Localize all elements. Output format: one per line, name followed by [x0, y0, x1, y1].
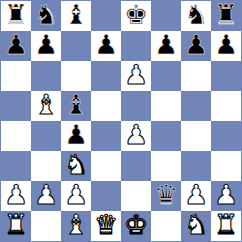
square-e1[interactable]: ♚	[121, 211, 151, 241]
black-queen-icon: ♛	[154, 181, 178, 210]
black-pawn-icon: ♟	[64, 121, 88, 150]
white-bishop-icon: ♝	[64, 211, 88, 240]
square-g2[interactable]: ♟	[181, 181, 211, 211]
square-h7[interactable]: ♟	[211, 31, 241, 61]
white-pawn-icon: ♟	[184, 181, 208, 210]
square-d1[interactable]: ♛	[91, 211, 121, 241]
square-d7[interactable]: ♟	[91, 31, 121, 61]
black-rook-icon: ♜	[214, 1, 238, 30]
square-b5[interactable]: ♝	[31, 91, 61, 121]
square-e4[interactable]: ♟	[121, 121, 151, 151]
square-c1[interactable]: ♝	[61, 211, 91, 241]
white-queen-icon: ♛	[94, 211, 118, 240]
square-b7[interactable]: ♟	[31, 31, 61, 61]
white-bishop-icon: ♝	[34, 91, 58, 120]
black-bishop-icon: ♝	[64, 91, 88, 120]
square-a8[interactable]: ♜	[1, 1, 31, 31]
white-pawn-icon: ♟	[34, 181, 58, 210]
square-d4[interactable]	[91, 121, 121, 151]
square-e6[interactable]: ♟	[121, 61, 151, 91]
white-knight-icon: ♞	[64, 151, 88, 180]
black-knight-icon: ♞	[34, 1, 58, 30]
square-d6[interactable]	[91, 61, 121, 91]
square-g1[interactable]: ♞	[181, 211, 211, 241]
square-d3[interactable]	[91, 151, 121, 181]
black-knight-icon: ♞	[184, 1, 208, 30]
square-c5[interactable]: ♝	[61, 91, 91, 121]
white-rook-icon: ♜	[4, 211, 28, 240]
square-f5[interactable]	[151, 91, 181, 121]
square-a5[interactable]	[1, 91, 31, 121]
black-rook-icon: ♜	[4, 1, 28, 30]
square-h5[interactable]	[211, 91, 241, 121]
square-d2[interactable]	[91, 181, 121, 211]
square-g8[interactable]: ♞	[181, 1, 211, 31]
square-f4[interactable]	[151, 121, 181, 151]
square-a7[interactable]: ♟	[1, 31, 31, 61]
square-h6[interactable]	[211, 61, 241, 91]
square-g6[interactable]	[181, 61, 211, 91]
square-b6[interactable]	[31, 61, 61, 91]
square-a4[interactable]	[1, 121, 31, 151]
white-pawn-icon: ♟	[214, 181, 238, 210]
square-f2[interactable]: ♛	[151, 181, 181, 211]
square-f3[interactable]	[151, 151, 181, 181]
square-f6[interactable]	[151, 61, 181, 91]
square-e8[interactable]: ♚	[121, 1, 151, 31]
white-pawn-icon: ♟	[64, 181, 88, 210]
square-d5[interactable]	[91, 91, 121, 121]
square-f7[interactable]: ♟	[151, 31, 181, 61]
square-g3[interactable]	[181, 151, 211, 181]
square-a1[interactable]: ♜	[1, 211, 31, 241]
white-pawn-icon: ♟	[124, 61, 148, 90]
black-king-icon: ♚	[124, 1, 148, 30]
black-pawn-icon: ♟	[4, 31, 28, 60]
square-c6[interactable]	[61, 61, 91, 91]
square-f1[interactable]	[151, 211, 181, 241]
square-e2[interactable]	[121, 181, 151, 211]
square-e3[interactable]	[121, 151, 151, 181]
chess-board: ♜♞♝♚♞♜♟♟♟♟♟♟♟♝♝♟♟♞♟♟♟♛♟♟♜♝♛♚♞♜	[0, 0, 242, 242]
white-knight-icon: ♞	[184, 211, 208, 240]
black-pawn-icon: ♟	[154, 31, 178, 60]
square-c8[interactable]: ♝	[61, 1, 91, 31]
square-e5[interactable]	[121, 91, 151, 121]
square-c2[interactable]: ♟	[61, 181, 91, 211]
square-c4[interactable]: ♟	[61, 121, 91, 151]
square-f8[interactable]	[151, 1, 181, 31]
black-bishop-icon: ♝	[64, 1, 88, 30]
white-pawn-icon: ♟	[4, 181, 28, 210]
square-h2[interactable]: ♟	[211, 181, 241, 211]
square-b2[interactable]: ♟	[31, 181, 61, 211]
square-b4[interactable]	[31, 121, 61, 151]
square-c7[interactable]	[61, 31, 91, 61]
square-h8[interactable]: ♜	[211, 1, 241, 31]
square-b1[interactable]	[31, 211, 61, 241]
square-g5[interactable]	[181, 91, 211, 121]
square-c3[interactable]: ♞	[61, 151, 91, 181]
white-king-icon: ♚	[124, 211, 148, 240]
square-g7[interactable]: ♟	[181, 31, 211, 61]
black-pawn-icon: ♟	[214, 31, 238, 60]
square-h3[interactable]	[211, 151, 241, 181]
white-pawn-icon: ♟	[124, 121, 148, 150]
square-a2[interactable]: ♟	[1, 181, 31, 211]
black-pawn-icon: ♟	[184, 31, 208, 60]
black-pawn-icon: ♟	[94, 31, 118, 60]
square-a6[interactable]	[1, 61, 31, 91]
black-pawn-icon: ♟	[34, 31, 58, 60]
square-b3[interactable]	[31, 151, 61, 181]
square-e7[interactable]	[121, 31, 151, 61]
square-h4[interactable]	[211, 121, 241, 151]
square-a3[interactable]	[1, 151, 31, 181]
square-g4[interactable]	[181, 121, 211, 151]
square-d8[interactable]	[91, 1, 121, 31]
square-h1[interactable]: ♜	[211, 211, 241, 241]
square-b8[interactable]: ♞	[31, 1, 61, 31]
white-rook-icon: ♜	[214, 211, 238, 240]
